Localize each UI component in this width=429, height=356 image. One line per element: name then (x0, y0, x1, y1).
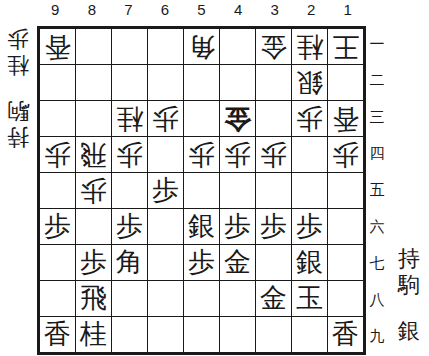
file-label-5: 5 (183, 1, 220, 18)
rank-label-二: 二 (366, 63, 388, 100)
sente-piece-香: 香 (44, 321, 71, 348)
gote-piece-歩: 歩 (80, 177, 107, 204)
sente-piece-香: 香 (332, 321, 359, 348)
square-8二[interactable] (76, 65, 111, 100)
square-4一[interactable] (220, 29, 255, 64)
sente-hand: 持駒銀 (394, 246, 424, 344)
square-8五[interactable]: 歩 (76, 173, 111, 208)
square-4五[interactable] (220, 173, 255, 208)
square-9三[interactable] (40, 101, 75, 136)
square-5四[interactable]: 歩 (184, 137, 219, 172)
gote-piece-歩: 歩 (116, 141, 143, 168)
gote-piece-銀: 銀 (296, 69, 323, 96)
sente-piece-金: 金 (260, 285, 287, 312)
square-4九[interactable] (220, 317, 255, 352)
file-label-9: 9 (37, 1, 74, 18)
square-8八[interactable]: 飛 (76, 281, 111, 316)
gote-piece-歩: 歩 (44, 141, 71, 168)
square-7二[interactable] (112, 65, 147, 100)
rank-label-四: 四 (366, 136, 388, 173)
square-1七[interactable] (328, 245, 363, 280)
file-label-8: 8 (74, 1, 111, 18)
file-label-1: 1 (330, 1, 367, 18)
gote-hand-label-char: 駒 (7, 98, 29, 124)
square-2八[interactable]: 玉 (292, 281, 327, 316)
square-3二[interactable] (256, 65, 291, 100)
square-9七[interactable] (40, 245, 75, 280)
square-5六[interactable]: 銀 (184, 209, 219, 244)
rank-label-九: 九 (366, 319, 388, 356)
square-8一[interactable] (76, 29, 111, 64)
gote-hand-piece-桂[interactable]: 桂 (7, 52, 29, 78)
gote-piece-香: 香 (332, 105, 359, 132)
square-8三[interactable] (76, 101, 111, 136)
gote-hand-label-char: 持 (7, 124, 29, 150)
sente-piece-玉: 玉 (296, 285, 323, 312)
square-4六[interactable]: 歩 (220, 209, 255, 244)
square-3六[interactable]: 歩 (256, 209, 291, 244)
square-7四[interactable]: 歩 (112, 137, 147, 172)
gote-hand: 持駒桂歩 (4, 26, 32, 150)
square-6五[interactable]: 歩 (148, 173, 183, 208)
square-2六[interactable]: 歩 (292, 209, 327, 244)
square-3八[interactable]: 金 (256, 281, 291, 316)
file-coordinates: 987654321 (37, 1, 366, 18)
square-1三[interactable]: 香 (328, 101, 363, 136)
square-6七[interactable] (148, 245, 183, 280)
gote-hand-piece-歩[interactable]: 歩 (7, 26, 29, 52)
square-5二[interactable] (184, 65, 219, 100)
square-2五[interactable] (292, 173, 327, 208)
square-1二[interactable] (328, 65, 363, 100)
square-7五[interactable] (112, 173, 147, 208)
rank-label-五: 五 (366, 172, 388, 209)
square-6四[interactable] (148, 137, 183, 172)
file-label-2: 2 (293, 1, 330, 18)
gote-piece-角: 角 (188, 33, 215, 60)
square-5五[interactable] (184, 173, 219, 208)
sente-piece-歩: 歩 (44, 213, 71, 240)
square-5七[interactable]: 歩 (184, 245, 219, 280)
square-2九[interactable] (292, 317, 327, 352)
sente-hand-label-char: 駒 (398, 272, 420, 298)
sente-piece-歩: 歩 (80, 249, 107, 276)
square-8四[interactable]: 飛 (76, 137, 111, 172)
square-1八[interactable] (328, 281, 363, 316)
gote-piece-飛: 飛 (80, 141, 107, 168)
sente-piece-歩: 歩 (296, 213, 323, 240)
square-9二[interactable] (40, 65, 75, 100)
square-9五[interactable] (40, 173, 75, 208)
square-9四[interactable]: 歩 (40, 137, 75, 172)
square-2一[interactable]: 桂 (292, 29, 327, 64)
square-5三[interactable] (184, 101, 219, 136)
square-6二[interactable] (148, 65, 183, 100)
sente-hand-label-char: 持 (398, 246, 420, 272)
gote-piece-桂: 桂 (116, 105, 143, 132)
square-6六[interactable] (148, 209, 183, 244)
file-label-4: 4 (220, 1, 257, 18)
sente-piece-桂: 桂 (80, 321, 107, 348)
square-3五[interactable] (256, 173, 291, 208)
square-1一[interactable]: 王 (328, 29, 363, 64)
square-4七[interactable]: 金 (220, 245, 255, 280)
square-6三[interactable]: 歩 (148, 101, 183, 136)
sente-hand-piece-銀[interactable]: 銀 (398, 318, 420, 344)
gote-piece-歩: 歩 (296, 105, 323, 132)
gote-piece-王: 王 (332, 33, 359, 60)
rank-label-一: 一 (366, 26, 388, 63)
square-3一[interactable]: 金 (256, 29, 291, 64)
gote-piece-歩: 歩 (332, 141, 359, 168)
square-9一[interactable]: 香 (40, 29, 75, 64)
square-7八[interactable] (112, 281, 147, 316)
square-2七[interactable]: 銀 (292, 245, 327, 280)
square-9九[interactable]: 香 (40, 317, 75, 352)
file-label-7: 7 (110, 1, 147, 18)
square-2四[interactable] (292, 137, 327, 172)
sente-piece-銀: 銀 (188, 213, 215, 240)
sente-piece-飛: 飛 (80, 285, 107, 312)
square-2三[interactable]: 歩 (292, 101, 327, 136)
square-9六[interactable]: 歩 (40, 209, 75, 244)
square-3四[interactable]: 歩 (256, 137, 291, 172)
gote-piece-歩: 歩 (260, 141, 287, 168)
sente-piece-歩: 歩 (152, 177, 179, 204)
square-3三[interactable] (256, 101, 291, 136)
square-5九[interactable] (184, 317, 219, 352)
square-5一[interactable]: 角 (184, 29, 219, 64)
square-6九[interactable] (148, 317, 183, 352)
sente-piece-角: 角 (116, 249, 143, 276)
square-8九[interactable]: 桂 (76, 317, 111, 352)
gote-piece-金: 金 (224, 105, 251, 132)
square-1五[interactable] (328, 173, 363, 208)
square-7三[interactable]: 桂 (112, 101, 147, 136)
square-2二[interactable]: 銀 (292, 65, 327, 100)
square-7九[interactable] (112, 317, 147, 352)
square-8七[interactable]: 歩 (76, 245, 111, 280)
sente-piece-銀: 銀 (296, 249, 323, 276)
file-label-3: 3 (256, 1, 293, 18)
square-7六[interactable]: 歩 (112, 209, 147, 244)
square-8六[interactable] (76, 209, 111, 244)
square-9八[interactable] (40, 281, 75, 316)
square-1九[interactable]: 香 (328, 317, 363, 352)
sente-piece-歩: 歩 (116, 213, 143, 240)
gote-piece-香: 香 (44, 33, 71, 60)
square-3七[interactable] (256, 245, 291, 280)
square-1四[interactable]: 歩 (328, 137, 363, 172)
sente-piece-歩: 歩 (224, 213, 251, 240)
square-4三[interactable]: 金 (220, 101, 255, 136)
square-7七[interactable]: 角 (112, 245, 147, 280)
square-5八[interactable] (184, 281, 219, 316)
sente-piece-歩: 歩 (260, 213, 287, 240)
square-7一[interactable] (112, 29, 147, 64)
square-3九[interactable] (256, 317, 291, 352)
rank-label-七: 七 (366, 245, 388, 282)
gote-piece-歩: 歩 (152, 105, 179, 132)
rank-coordinates: 一二三四五六七八九 (366, 26, 388, 355)
gote-piece-桂: 桂 (296, 33, 323, 60)
sente-piece-歩: 歩 (188, 249, 215, 276)
square-1六[interactable] (328, 209, 363, 244)
square-4四[interactable]: 歩 (220, 137, 255, 172)
sente-piece-金: 金 (224, 249, 251, 276)
square-6八[interactable] (148, 281, 183, 316)
file-label-6: 6 (147, 1, 184, 18)
gote-piece-歩: 歩 (188, 141, 215, 168)
board: 香角金桂王銀桂歩金歩香歩飛歩歩歩歩歩歩歩歩歩銀歩歩歩歩角歩金銀飛金玉香桂香 (37, 26, 366, 355)
gote-piece-歩: 歩 (224, 141, 251, 168)
rank-label-六: 六 (366, 209, 388, 246)
rank-label-三: 三 (366, 99, 388, 136)
gote-piece-金: 金 (260, 33, 287, 60)
square-4二[interactable] (220, 65, 255, 100)
rank-label-八: 八 (366, 282, 388, 319)
square-6一[interactable] (148, 29, 183, 64)
square-4八[interactable] (220, 281, 255, 316)
